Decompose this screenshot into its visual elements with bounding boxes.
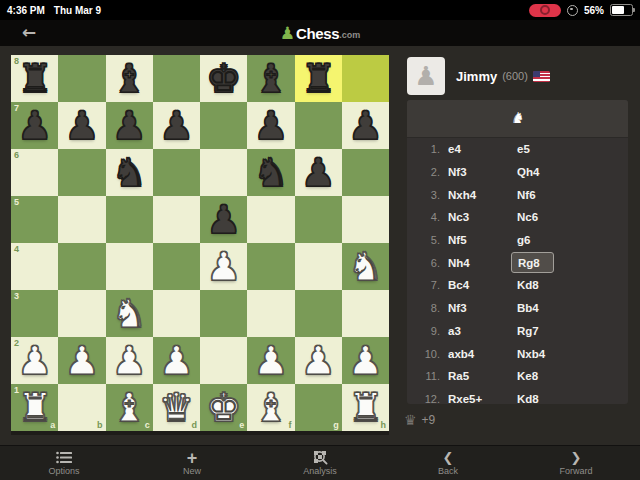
move-number: 6. <box>407 251 440 274</box>
square-d1[interactable]: d♛ <box>153 384 200 431</box>
square-a4[interactable]: 4 <box>11 243 58 290</box>
white-move[interactable]: Rxe5+ <box>448 388 482 404</box>
black-pawn-g6[interactable]: ♟ <box>295 149 342 196</box>
record-dot-icon <box>540 5 550 15</box>
black-move[interactable]: Nxb4 <box>517 342 545 365</box>
black-pawn-b7[interactable]: ♟ <box>58 102 105 149</box>
toolbar-label: New <box>183 466 201 476</box>
chevron-right-icon: ❯ <box>571 450 582 465</box>
options-list-icon <box>56 450 72 465</box>
square-h3[interactable] <box>342 290 389 337</box>
square-e8[interactable]: ♚ <box>200 55 247 102</box>
black-bishop-f8[interactable]: ♝ <box>247 55 294 102</box>
square-c1[interactable]: c♝ <box>106 384 153 431</box>
move-number: 10. <box>407 342 440 365</box>
toolbar-options-button[interactable]: Options <box>0 446 128 480</box>
white-move[interactable]: e4 <box>448 138 461 161</box>
white-queen-d1[interactable]: ♛ <box>153 384 200 431</box>
black-rook-g8[interactable]: ♜ <box>295 55 342 102</box>
move-number: 7. <box>407 274 440 297</box>
screen-recording-indicator[interactable] <box>529 4 561 17</box>
material-score: +9 <box>422 413 436 427</box>
toolbar-label: Forward <box>559 466 592 476</box>
white-move[interactable]: Nf5 <box>448 229 467 252</box>
square-g8[interactable]: ♜ <box>295 55 342 102</box>
square-e4[interactable]: ♟ <box>200 243 247 290</box>
white-move[interactable]: a3 <box>448 320 461 343</box>
white-pawn-b2[interactable]: ♟ <box>58 337 105 384</box>
status-bar: 4:36 PM Thu Mar 9 56% <box>0 0 640 20</box>
square-e6[interactable] <box>200 149 247 196</box>
square-d5[interactable] <box>153 196 200 243</box>
white-move[interactable]: axb4 <box>448 342 474 365</box>
square-f3[interactable] <box>247 290 294 337</box>
black-move[interactable]: Kd8 <box>517 388 539 404</box>
move-row-5: 5.Nf5g6 <box>407 229 628 252</box>
us-flag-icon <box>533 71 550 82</box>
moves-knight-icon: ♞ <box>511 111 524 126</box>
analysis-magnifier-icon <box>313 450 328 465</box>
logo-text-com: .com <box>339 30 360 40</box>
square-f5[interactable] <box>247 196 294 243</box>
square-g6[interactable]: ♟ <box>295 149 342 196</box>
square-g5[interactable] <box>295 196 342 243</box>
white-king-e1[interactable]: ♚ <box>200 384 247 431</box>
square-c8[interactable]: ♝ <box>106 55 153 102</box>
square-b3[interactable] <box>58 290 105 337</box>
black-move[interactable]: Bb4 <box>517 297 539 320</box>
move-number: 12. <box>407 388 440 404</box>
square-c5[interactable] <box>106 196 153 243</box>
square-f4[interactable] <box>247 243 294 290</box>
white-knight-h4[interactable]: ♞ <box>342 243 389 290</box>
black-pawn-a7[interactable]: ♟ <box>11 102 58 149</box>
white-move[interactable]: Nc3 <box>448 206 469 229</box>
white-pawn-g2[interactable]: ♟ <box>295 337 342 384</box>
rank-label-6: 6 <box>14 150 19 160</box>
square-e1[interactable]: e♚ <box>200 384 247 431</box>
square-g7[interactable] <box>295 102 342 149</box>
player-rating: (600) <box>502 70 528 82</box>
black-move[interactable]: g6 <box>517 229 530 252</box>
white-pawn-h2[interactable]: ♟ <box>342 337 389 384</box>
white-move[interactable]: Nf3 <box>448 297 467 320</box>
battery-percent: 56% <box>584 5 604 16</box>
status-time-date: 4:36 PM Thu Mar 9 <box>7 5 101 16</box>
white-move[interactable]: Nxh4 <box>448 183 476 206</box>
move-row-4: 4.Nc3Nc6 <box>407 206 628 229</box>
move-number: 8. <box>407 297 440 320</box>
square-f7[interactable]: ♟ <box>247 102 294 149</box>
square-f2[interactable]: ♟ <box>247 337 294 384</box>
square-b8[interactable] <box>58 55 105 102</box>
white-bishop-c1[interactable]: ♝ <box>106 384 153 431</box>
black-knight-f6[interactable]: ♞ <box>247 149 294 196</box>
move-row-10: 10.axb4Nxb4 <box>407 342 628 365</box>
status-time: 4:36 PM <box>7 5 45 16</box>
logo-text-chess: Chess <box>296 25 339 42</box>
white-pawn-f2[interactable]: ♟ <box>247 337 294 384</box>
white-pawn-a2[interactable]: ♟ <box>11 337 58 384</box>
move-number: 9. <box>407 320 440 343</box>
black-move[interactable]: Rg7 <box>517 320 539 343</box>
avatar-pawn-icon: ♟ <box>414 63 437 89</box>
rank-label-5: 5 <box>14 197 19 207</box>
move-number: 4. <box>407 206 440 229</box>
square-c4[interactable] <box>106 243 153 290</box>
bottom-toolbar: Options+NewAnalysis❮Back❯Forward <box>0 445 640 480</box>
square-g4[interactable] <box>295 243 342 290</box>
move-list: 1.e4e52.Nf3Qh43.Nxh4Nf64.Nc3Nc65.Nf5g66.… <box>407 138 628 404</box>
square-g3[interactable] <box>295 290 342 337</box>
black-pawn-f7[interactable]: ♟ <box>247 102 294 149</box>
move-row-6: 6.Nh4Rg8 <box>407 251 628 274</box>
black-rook-a8[interactable]: ♜ <box>11 55 58 102</box>
move-row-12: 12.Rxe5+Kd8 <box>407 388 628 404</box>
chevron-left-icon: ❮ <box>443 450 454 465</box>
square-a6[interactable]: 6 <box>11 149 58 196</box>
square-f1[interactable]: f♝ <box>247 384 294 431</box>
black-pawn-c7[interactable]: ♟ <box>106 102 153 149</box>
rotation-lock-icon <box>567 5 578 16</box>
square-b4[interactable] <box>58 243 105 290</box>
toolbar-label: Options <box>48 466 79 476</box>
move-number: 11. <box>407 365 440 388</box>
move-row-11: 11.Ra5Ke8 <box>407 365 628 388</box>
square-c2[interactable]: ♟ <box>106 337 153 384</box>
white-pawn-e4[interactable]: ♟ <box>200 243 247 290</box>
black-move[interactable]: Nc6 <box>517 206 538 229</box>
move-number: 2. <box>407 161 440 184</box>
toolbar-analysis-button[interactable]: Analysis <box>256 446 384 480</box>
square-b6[interactable] <box>58 149 105 196</box>
white-move[interactable]: Ra5 <box>448 365 469 388</box>
square-c7[interactable]: ♟ <box>106 102 153 149</box>
square-a8[interactable]: 8♜ <box>11 55 58 102</box>
move-list-panel: ♞ 1.e4e52.Nf3Qh43.Nxh4Nf64.Nc3Nc65.Nf5g6… <box>407 100 628 404</box>
square-h8[interactable] <box>342 55 389 102</box>
player-name: Jimmy <box>456 69 497 84</box>
black-bishop-c8[interactable]: ♝ <box>106 55 153 102</box>
square-a1[interactable]: 1a♜ <box>11 384 58 431</box>
black-pawn-e5[interactable]: ♟ <box>200 196 247 243</box>
black-move[interactable]: Ke8 <box>517 365 538 388</box>
square-a3[interactable]: 3 <box>11 290 58 337</box>
square-b1[interactable]: b <box>58 384 105 431</box>
file-label-g: g <box>333 420 339 430</box>
rank-label-4: 4 <box>14 244 19 254</box>
square-e5[interactable]: ♟ <box>200 196 247 243</box>
toolbar-label: Back <box>438 466 458 476</box>
square-h1[interactable]: h♜ <box>342 384 389 431</box>
square-d8[interactable] <box>153 55 200 102</box>
rank-label-3: 3 <box>14 291 19 301</box>
square-e7[interactable] <box>200 102 247 149</box>
white-rook-a1[interactable]: ♜ <box>11 384 58 431</box>
square-a2[interactable]: 2♟ <box>11 337 58 384</box>
square-g1[interactable]: g <box>295 384 342 431</box>
square-d3[interactable] <box>153 290 200 337</box>
player-info: ♟ Jimmy (600) <box>407 57 550 95</box>
avatar[interactable]: ♟ <box>407 57 445 95</box>
move-row-3: 3.Nxh4Nf6 <box>407 183 628 206</box>
toolbar-forward-button[interactable]: ❯Forward <box>512 446 640 480</box>
chess-board: 8♜♝♚♝♜7♟♟♟♟♟♟6♞♞♟5♟4♟♞3♞2♟♟♟♟♟♟♟1a♜bc♝d♛… <box>11 55 389 431</box>
black-move-selected[interactable]: Rg8 <box>511 252 554 273</box>
square-d2[interactable]: ♟ <box>153 337 200 384</box>
file-label-b: b <box>97 420 103 430</box>
move-row-7: 7.Bc4Kd8 <box>407 274 628 297</box>
white-bishop-f1[interactable]: ♝ <box>247 384 294 431</box>
material-advantage: ♛ +9 <box>404 413 435 427</box>
square-e3[interactable] <box>200 290 247 337</box>
square-b7[interactable]: ♟ <box>58 102 105 149</box>
white-pawn-c2[interactable]: ♟ <box>106 337 153 384</box>
move-row-1: 1.e4e5 <box>407 138 628 161</box>
status-date: Thu Mar 9 <box>54 5 101 16</box>
toolbar-back-button[interactable]: ❮Back <box>384 446 512 480</box>
square-h6[interactable] <box>342 149 389 196</box>
move-number: 1. <box>407 138 440 161</box>
white-rook-h1[interactable]: ♜ <box>342 384 389 431</box>
black-knight-c6[interactable]: ♞ <box>106 149 153 196</box>
plus-icon: + <box>187 450 198 465</box>
battery-icon <box>610 4 633 16</box>
black-pawn-d7[interactable]: ♟ <box>153 102 200 149</box>
back-button[interactable]: ← <box>22 22 36 42</box>
square-a7[interactable]: 7♟ <box>11 102 58 149</box>
move-row-2: 2.Nf3Qh4 <box>407 161 628 184</box>
captured-queen-icon: ♛ <box>404 413 417 427</box>
move-row-8: 8.Nf3Bb4 <box>407 297 628 320</box>
move-list-header: ♞ <box>407 100 628 138</box>
battery-fill <box>612 6 624 14</box>
square-d6[interactable] <box>153 149 200 196</box>
square-h2[interactable]: ♟ <box>342 337 389 384</box>
black-move[interactable]: e5 <box>517 138 530 161</box>
move-number: 5. <box>407 229 440 252</box>
white-move[interactable]: Nf3 <box>448 161 467 184</box>
square-h5[interactable] <box>342 196 389 243</box>
black-move[interactable]: Kd8 <box>517 274 539 297</box>
square-c6[interactable]: ♞ <box>106 149 153 196</box>
square-f8[interactable]: ♝ <box>247 55 294 102</box>
black-pawn-h7[interactable]: ♟ <box>342 102 389 149</box>
toolbar-new-button[interactable]: +New <box>128 446 256 480</box>
square-g2[interactable]: ♟ <box>295 337 342 384</box>
square-f6[interactable]: ♞ <box>247 149 294 196</box>
square-b2[interactable]: ♟ <box>58 337 105 384</box>
white-knight-c3[interactable]: ♞ <box>106 290 153 337</box>
square-e2[interactable] <box>200 337 247 384</box>
logo-pawn-icon: ♟ <box>280 25 295 42</box>
toolbar-label: Analysis <box>303 466 337 476</box>
square-h7[interactable]: ♟ <box>342 102 389 149</box>
white-move[interactable]: Bc4 <box>448 274 469 297</box>
black-move[interactable]: Qh4 <box>517 161 539 184</box>
square-b5[interactable] <box>58 196 105 243</box>
white-move[interactable]: Nh4 <box>448 251 470 274</box>
move-row-9: 9.a3Rg7 <box>407 320 628 343</box>
black-move[interactable]: Nf6 <box>517 183 536 206</box>
black-king-e8[interactable]: ♚ <box>200 55 247 102</box>
app-header: ← ♟ Chess .com <box>0 20 640 46</box>
square-d4[interactable] <box>153 243 200 290</box>
move-number: 3. <box>407 183 440 206</box>
square-d7[interactable]: ♟ <box>153 102 200 149</box>
chesscom-logo: ♟ Chess .com <box>280 20 360 46</box>
white-pawn-d2[interactable]: ♟ <box>153 337 200 384</box>
square-h4[interactable]: ♞ <box>342 243 389 290</box>
square-c3[interactable]: ♞ <box>106 290 153 337</box>
square-a5[interactable]: 5 <box>11 196 58 243</box>
